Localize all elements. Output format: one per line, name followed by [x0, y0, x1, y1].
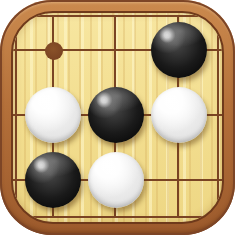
go-app-icon[interactable] — [0, 0, 235, 235]
white-stone — [25, 87, 81, 143]
intersection-c2[interactable] — [147, 82, 210, 147]
intersection-a1[interactable] — [21, 17, 84, 82]
intersection-b3[interactable] — [84, 147, 147, 212]
intersection-b1[interactable] — [84, 17, 147, 82]
black-stone — [25, 152, 81, 208]
intersection-c1[interactable] — [147, 17, 210, 82]
stones-layer — [21, 17, 210, 212]
black-stone — [151, 22, 207, 78]
white-stone — [151, 87, 207, 143]
intersection-b2[interactable] — [84, 82, 147, 147]
white-stone — [88, 152, 144, 208]
intersection-c3[interactable] — [147, 147, 210, 212]
black-stone — [88, 87, 144, 143]
go-board — [11, 11, 224, 224]
intersection-a2[interactable] — [21, 82, 84, 147]
intersection-a3[interactable] — [21, 147, 84, 212]
